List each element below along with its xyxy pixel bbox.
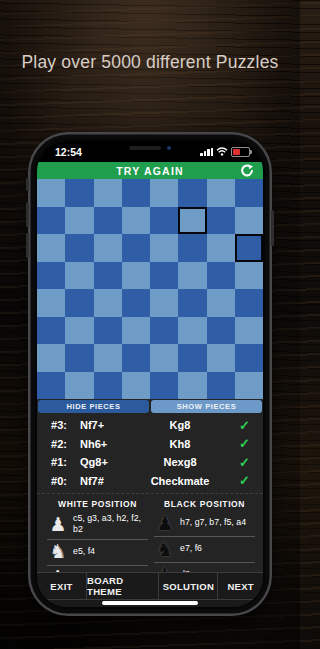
piece-visibility-buttons: HIDE PIECES SHOW PIECES [37,399,263,414]
battery-low-icon [231,147,250,157]
square-c7[interactable] [94,207,122,235]
square-c8[interactable] [94,179,122,207]
square-c5[interactable] [94,262,122,290]
square-e3[interactable] [150,317,178,345]
square-h4[interactable] [235,289,263,317]
square-g8[interactable] [207,179,235,207]
square-d8[interactable] [122,179,150,207]
black-knight-icon: ♞ [154,540,176,559]
square-f6[interactable] [178,234,206,262]
black-move: Kh8 [132,438,228,450]
white-move: Nf7+ [80,419,132,431]
black-knight-row: ♞ e7, f6 [154,537,255,563]
try-again-label: TRY AGAIN [116,165,184,177]
power-button [271,210,274,246]
next-button[interactable]: NEXT [217,573,263,599]
move-number: #3: [37,419,67,431]
square-h2[interactable] [235,344,263,372]
square-d6[interactable] [122,234,150,262]
chess-board [37,179,263,399]
square-a5[interactable] [37,262,65,290]
black-knight-squares: e7, f6 [180,543,202,554]
square-c6[interactable] [94,234,122,262]
page-title: Play over 5000 different Puzzles [0,52,300,73]
refresh-icon[interactable] [239,163,254,178]
square-d5[interactable] [122,262,150,290]
square-b8[interactable] [65,179,93,207]
white-move: Nf7# [80,475,132,487]
square-g4[interactable] [207,289,235,317]
volume-up-button [26,202,29,227]
square-a2[interactable] [37,344,65,372]
board-theme-button[interactable]: BOARD THEME [86,573,158,599]
square-c4[interactable] [94,289,122,317]
home-indicator[interactable] [102,601,198,605]
show-pieces-button[interactable]: SHOW PIECES [151,400,262,413]
white-knight-row: ♞ e5, f4 [47,540,148,566]
square-c2[interactable] [94,344,122,372]
square-f8[interactable] [178,179,206,207]
correct-check-icon: ✓ [239,455,250,470]
square-d4[interactable] [122,289,150,317]
square-d1[interactable] [122,372,150,400]
camera-dot [167,146,172,151]
square-e8[interactable] [150,179,178,207]
speaker-grill [129,146,161,150]
white-knight-icon: ♞ [47,542,69,561]
move-row: #2: Nh6+ Kh8 ✓ [37,435,263,454]
square-b4[interactable] [65,289,93,317]
square-a6[interactable] [37,234,65,262]
square-g7[interactable] [207,207,235,235]
move-number: #2: [37,438,67,450]
square-d2[interactable] [122,344,150,372]
wifi-icon [216,147,228,156]
square-e1[interactable] [150,372,178,400]
square-b2[interactable] [65,344,93,372]
status-time: 12:54 [55,146,82,158]
black-position-header: BLACK POSITION [154,499,255,509]
white-pawn-row: ♟ c5, g3, a3, h2, f2, b2 [47,511,148,540]
square-e2[interactable] [150,344,178,372]
square-g1[interactable] [207,372,235,400]
white-move: Qg8+ [80,456,132,468]
black-move: Nexg8 [132,456,228,468]
square-b7[interactable] [65,207,93,235]
black-pawn-row: ♟ h7, g7, b7, f5, a4 [154,511,255,537]
move-row: #3: Nf7+ Kg8 ✓ [37,416,263,435]
bottom-toolbar: EXIT BOARD THEME SOLUTION NEXT [37,572,263,600]
white-knight-squares: e5, f4 [73,546,95,557]
square-f7[interactable] [178,207,206,235]
square-g6[interactable] [207,234,235,262]
square-c3[interactable] [94,317,122,345]
black-move: Checkmate [132,475,228,487]
volume-down-button [26,233,29,258]
solution-button[interactable]: SOLUTION [158,573,217,599]
phone-screen: 12:54 TRY AGAIN [37,141,263,607]
square-h8[interactable] [235,179,263,207]
square-h3[interactable] [235,317,263,345]
square-e6[interactable] [150,234,178,262]
square-a8[interactable] [37,179,65,207]
square-b1[interactable] [65,372,93,400]
exit-button[interactable]: EXIT [37,573,86,599]
square-e5[interactable] [150,262,178,290]
move-list: #3: Nf7+ Kg8 ✓ #2: Nh6+ Kh8 ✓ #1: Qg8+ N… [37,414,263,490]
square-b6[interactable] [65,234,93,262]
square-a7[interactable] [37,207,65,235]
black-pawn-squares: h7, g7, b7, f5, a4 [180,517,246,528]
square-f5[interactable] [178,262,206,290]
white-move: Nh6+ [80,438,132,450]
move-number: #0: [37,475,67,487]
notch [106,141,194,155]
move-row: #1: Qg8+ Nexg8 ✓ [37,453,263,472]
square-g2[interactable] [207,344,235,372]
square-d7[interactable] [122,207,150,235]
square-c1[interactable] [94,372,122,400]
square-h7[interactable] [235,207,263,235]
white-position-header: WHITE POSITION [47,499,148,509]
white-pawn-icon: ♟ [47,515,69,534]
square-h6[interactable] [235,234,263,262]
correct-check-icon: ✓ [239,436,250,451]
square-b5[interactable] [65,262,93,290]
square-g3[interactable] [207,317,235,345]
white-pawn-squares: c5, g3, a3, h2, f2, b2 [73,513,148,536]
phone-frame: 12:54 TRY AGAIN [28,132,272,616]
square-f2[interactable] [178,344,206,372]
mute-switch [26,178,29,191]
correct-check-icon: ✓ [239,418,250,433]
square-a4[interactable] [37,289,65,317]
hide-pieces-button[interactable]: HIDE PIECES [38,400,149,413]
square-a3[interactable] [37,317,65,345]
signal-bars-icon [200,148,213,156]
black-move: Kg8 [132,419,228,431]
square-a1[interactable] [37,372,65,400]
square-e4[interactable] [150,289,178,317]
square-f1[interactable] [178,372,206,400]
square-f3[interactable] [178,317,206,345]
move-number: #1: [37,456,67,468]
try-again-banner: TRY AGAIN [37,162,263,179]
square-b3[interactable] [65,317,93,345]
square-f4[interactable] [178,289,206,317]
square-d3[interactable] [122,317,150,345]
square-h1[interactable] [235,372,263,400]
black-pawn-icon: ♟ [154,514,176,533]
square-e7[interactable] [150,207,178,235]
square-g5[interactable] [207,262,235,290]
move-row: #0: Nf7# Checkmate ✓ [37,472,263,491]
square-h5[interactable] [235,262,263,290]
correct-check-icon: ✓ [239,473,250,488]
